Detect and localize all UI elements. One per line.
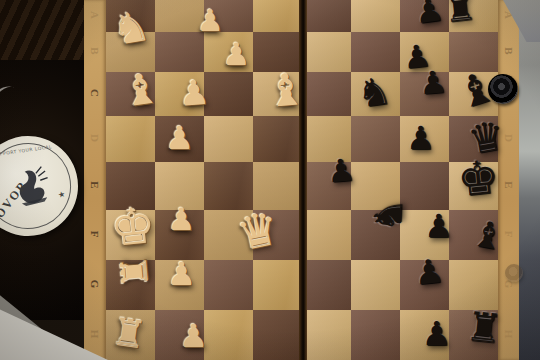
square-e4 bbox=[253, 162, 302, 210]
square-c3 bbox=[204, 72, 253, 116]
board-border-right: ABCDEFGH bbox=[498, 0, 519, 360]
square-a7 bbox=[400, 0, 449, 32]
square-b5 bbox=[302, 32, 351, 72]
square-f1 bbox=[106, 210, 155, 260]
square-b6 bbox=[351, 32, 400, 72]
square-f8 bbox=[449, 210, 498, 260]
square-f2 bbox=[155, 210, 204, 260]
square-a6 bbox=[351, 0, 400, 32]
square-c5 bbox=[302, 72, 351, 116]
file-label-h: H bbox=[89, 323, 101, 345]
square-e6 bbox=[351, 162, 400, 210]
square-a2 bbox=[155, 0, 204, 32]
square-g4 bbox=[253, 260, 302, 310]
square-f4 bbox=[253, 210, 302, 260]
latch-knob-lower bbox=[505, 264, 523, 282]
square-d4 bbox=[253, 116, 302, 162]
square-e8 bbox=[449, 162, 498, 210]
square-g6 bbox=[351, 260, 400, 310]
square-e5 bbox=[302, 162, 351, 210]
square-h3 bbox=[204, 310, 253, 360]
file-label-h: H bbox=[503, 324, 515, 345]
square-b8 bbox=[449, 32, 498, 72]
square-h8 bbox=[449, 310, 498, 360]
file-label-g: G bbox=[89, 273, 101, 295]
square-b7 bbox=[400, 32, 449, 72]
square-e3 bbox=[204, 162, 253, 210]
square-g7 bbox=[400, 260, 449, 310]
square-b1 bbox=[106, 32, 155, 72]
square-h5 bbox=[302, 310, 351, 360]
square-d6 bbox=[351, 116, 400, 162]
square-g2 bbox=[155, 260, 204, 310]
file-label-d: D bbox=[503, 128, 515, 149]
square-c6 bbox=[351, 72, 400, 116]
square-f5 bbox=[302, 210, 351, 260]
board-hinge-gap bbox=[299, 0, 307, 360]
file-label-d: D bbox=[89, 127, 101, 149]
square-b2 bbox=[155, 32, 204, 72]
badge-star-icon: ★ bbox=[57, 189, 66, 199]
file-label-a: A bbox=[89, 4, 101, 26]
square-e1 bbox=[106, 162, 155, 210]
square-e2 bbox=[155, 162, 204, 210]
square-d2 bbox=[155, 116, 204, 162]
square-g5 bbox=[302, 260, 351, 310]
square-f6 bbox=[351, 210, 400, 260]
file-label-b: B bbox=[503, 41, 515, 62]
square-h6 bbox=[351, 310, 400, 360]
square-f7 bbox=[400, 210, 449, 260]
board-border-left: ABCDEFGH bbox=[84, 0, 106, 360]
square-a5 bbox=[302, 0, 351, 32]
square-b4 bbox=[253, 32, 302, 72]
latch-knob-upper bbox=[488, 74, 518, 104]
file-label-e: E bbox=[503, 175, 515, 196]
square-g1 bbox=[106, 260, 155, 310]
photo-chessboard-scene: ABCDEFGH ABCDEFGH ♞♝♚♜♜♟♟♟♟♟♟♟♝♛♜♟♟♟♞♝♛♟… bbox=[0, 0, 540, 360]
square-c7 bbox=[400, 72, 449, 116]
file-label-b: B bbox=[89, 40, 101, 62]
square-d7 bbox=[400, 116, 449, 162]
square-a4 bbox=[253, 0, 302, 32]
square-a8 bbox=[449, 0, 498, 32]
square-f3 bbox=[204, 210, 253, 260]
square-c1 bbox=[106, 72, 155, 116]
square-c4 bbox=[253, 72, 302, 116]
file-label-f: F bbox=[89, 223, 101, 245]
square-g8 bbox=[449, 260, 498, 310]
file-label-c: C bbox=[89, 82, 101, 104]
file-label-f: F bbox=[503, 224, 515, 245]
square-d1 bbox=[106, 116, 155, 162]
background-right-edge bbox=[519, 0, 540, 360]
square-c2 bbox=[155, 72, 204, 116]
square-e7 bbox=[400, 162, 449, 210]
square-h4 bbox=[253, 310, 302, 360]
square-d3 bbox=[204, 116, 253, 162]
square-h2 bbox=[155, 310, 204, 360]
square-b3 bbox=[204, 32, 253, 72]
square-d5 bbox=[302, 116, 351, 162]
square-a1 bbox=[106, 0, 155, 32]
square-a3 bbox=[204, 0, 253, 32]
file-label-e: E bbox=[89, 174, 101, 196]
square-g3 bbox=[204, 260, 253, 310]
square-h1 bbox=[106, 310, 155, 360]
square-h7 bbox=[400, 310, 449, 360]
square-d8 bbox=[449, 116, 498, 162]
